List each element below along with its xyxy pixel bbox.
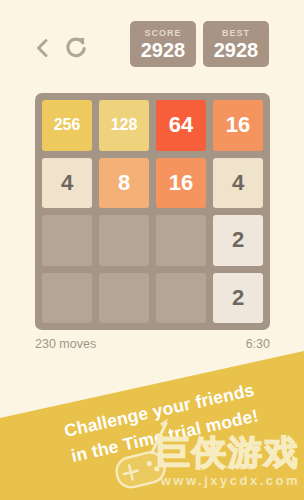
watermark-title: 巨侠游戏	[156, 435, 300, 469]
score-value: 2928	[141, 40, 186, 60]
tile-2: 2	[213, 215, 263, 266]
score-label: SCORE	[144, 29, 181, 38]
tile-2: 2	[213, 273, 263, 324]
tile-8: 8	[99, 158, 149, 209]
app-root: SCORE 2928 BEST 2928 25612864164816422 2…	[0, 0, 304, 500]
status-bar: 230 moves 6:30	[35, 337, 270, 351]
empty-cell	[156, 273, 206, 324]
tile-16: 16	[156, 158, 206, 209]
tile-16: 16	[213, 100, 263, 151]
empty-cell	[42, 215, 92, 266]
tile-256: 256	[42, 100, 92, 151]
restart-arrow-icon	[63, 35, 89, 61]
watermark: 巨侠游戏 www.jxycdx.com	[156, 435, 300, 488]
watermark-url: www.jxycdx.com	[156, 473, 300, 488]
empty-cell	[156, 215, 206, 266]
time-counter: 6:30	[246, 337, 270, 351]
back-button[interactable]	[27, 32, 59, 64]
moves-counter: 230 moves	[35, 337, 96, 351]
best-label: BEST	[222, 29, 250, 38]
restart-button[interactable]	[60, 32, 92, 64]
board-grid[interactable]: 25612864164816422	[35, 93, 270, 330]
tile-4: 4	[213, 158, 263, 209]
best-box: BEST 2928	[203, 21, 269, 67]
back-chevron-icon	[31, 36, 55, 60]
best-value: 2928	[214, 40, 259, 60]
tile-128: 128	[99, 100, 149, 151]
tile-4: 4	[42, 158, 92, 209]
score-box: SCORE 2928	[130, 21, 196, 67]
empty-cell	[42, 273, 92, 324]
tile-64: 64	[156, 100, 206, 151]
empty-cell	[99, 273, 149, 324]
empty-cell	[99, 215, 149, 266]
